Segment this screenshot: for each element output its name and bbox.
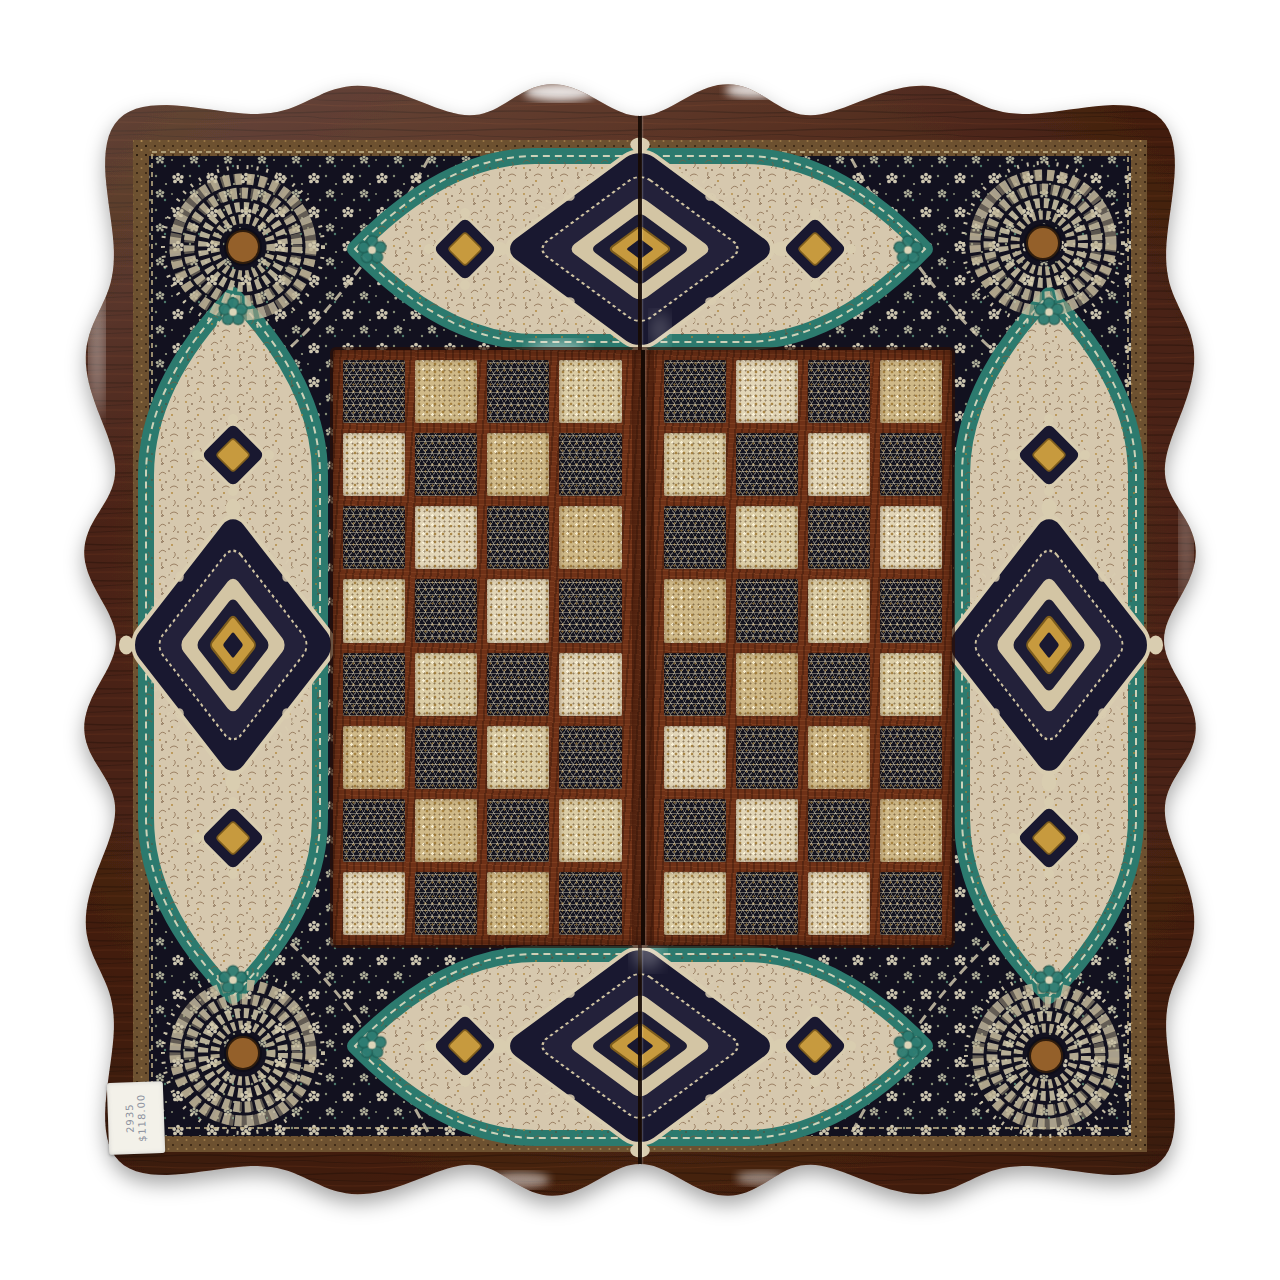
board-fold-seam [632,350,654,945]
square-f6 [736,506,798,569]
square-d6 [559,506,621,569]
square-e4 [664,653,726,716]
square-e7 [664,433,726,496]
square-g4 [808,653,870,716]
square-g3 [808,726,870,789]
square-e3 [664,726,726,789]
square-f5 [736,579,798,642]
square-d5 [559,579,621,642]
square-a1 [343,872,405,935]
square-b5 [415,579,477,642]
square-c3 [487,726,549,789]
square-f4 [736,653,798,716]
square-c2 [487,799,549,862]
square-f2 [736,799,798,862]
square-g8 [808,360,870,423]
square-h7 [880,433,942,496]
square-a3 [343,726,405,789]
price-tag-number: 2935 [123,1103,136,1133]
square-a4 [343,653,405,716]
price-tag-text: 2935 $118.00 [123,1093,149,1142]
square-b4 [415,653,477,716]
square-f3 [736,726,798,789]
square-e8 [664,360,726,423]
square-c4 [487,653,549,716]
square-a2 [343,799,405,862]
square-e1 [664,872,726,935]
square-h2 [880,799,942,862]
square-g6 [808,506,870,569]
square-e6 [664,506,726,569]
square-b3 [415,726,477,789]
square-e2 [664,799,726,862]
square-g1 [808,872,870,935]
square-f1 [736,872,798,935]
price-tag: 2935 $118.00 [107,1081,165,1155]
square-g5 [808,579,870,642]
square-g7 [808,433,870,496]
square-d2 [559,799,621,862]
square-d3 [559,726,621,789]
square-d1 [559,872,621,935]
square-d7 [559,433,621,496]
square-a7 [343,433,405,496]
square-c1 [487,872,549,935]
square-h1 [880,872,942,935]
square-c5 [487,579,549,642]
square-h3 [880,726,942,789]
square-b2 [415,799,477,862]
price-tag-price: $118.00 [135,1093,149,1142]
square-h6 [880,506,942,569]
square-c8 [487,360,549,423]
square-h5 [880,579,942,642]
square-a5 [343,579,405,642]
square-c6 [487,506,549,569]
chess-board-grid [333,350,952,945]
square-e5 [664,579,726,642]
square-f8 [736,360,798,423]
square-b1 [415,872,477,935]
square-d8 [559,360,621,423]
square-g2 [808,799,870,862]
square-b7 [415,433,477,496]
square-b8 [415,360,477,423]
square-a6 [343,506,405,569]
photo-of-khatam-chessboard: 2935 $118.00 [0,0,1280,1280]
square-c7 [487,433,549,496]
square-f7 [736,433,798,496]
square-b6 [415,506,477,569]
square-d4 [559,653,621,716]
square-h4 [880,653,942,716]
square-a8 [343,360,405,423]
square-h8 [880,360,942,423]
